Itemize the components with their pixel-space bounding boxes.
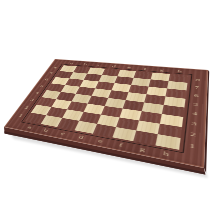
file-label-b-top: b bbox=[83, 63, 88, 66]
file-label-f-top: f bbox=[143, 67, 146, 70]
rank-label-7-left: 7 bbox=[49, 72, 54, 75]
square-h1 bbox=[155, 134, 180, 150]
file-label-b-bottom: b bbox=[43, 128, 49, 133]
rank-label-2-left: 2 bbox=[24, 105, 30, 109]
file-label-g-bottom: g bbox=[140, 146, 146, 152]
file-label-g-top: g bbox=[160, 68, 165, 71]
file-label-e-top: e bbox=[127, 66, 131, 69]
file-label-h-bottom: h bbox=[163, 150, 169, 157]
file-label-e-bottom: e bbox=[97, 138, 103, 144]
rank-label-8-right: 8 bbox=[195, 78, 200, 82]
rank-label-1-right: 1 bbox=[189, 143, 195, 149]
rank-label-3-left: 3 bbox=[29, 98, 35, 102]
file-label-c-bottom: c bbox=[60, 131, 66, 136]
file-label-d-top: d bbox=[112, 65, 117, 68]
file-label-h-top: h bbox=[177, 70, 182, 73]
file-label-f-bottom: f bbox=[118, 142, 123, 148]
rank-label-3-right: 3 bbox=[191, 121, 197, 126]
file-label-a-bottom: a bbox=[27, 125, 33, 130]
rank-label-7-right: 7 bbox=[195, 86, 200, 90]
rank-label-5-left: 5 bbox=[39, 84, 44, 87]
rank-label-6-right: 6 bbox=[194, 94, 199, 98]
square-g1 bbox=[133, 130, 157, 145]
file-label-c-top: c bbox=[97, 64, 101, 67]
rank-label-2-right: 2 bbox=[190, 131, 196, 137]
rank-label-5-right: 5 bbox=[193, 102, 198, 107]
file-label-d-bottom: d bbox=[78, 134, 84, 139]
rank-label-4-right: 4 bbox=[192, 111, 197, 116]
rank-label-6-left: 6 bbox=[44, 78, 49, 81]
rank-label-8-left: 8 bbox=[53, 66, 58, 69]
rank-label-1-left: 1 bbox=[18, 113, 24, 117]
rank-label-4-left: 4 bbox=[35, 91, 40, 95]
file-label-a-top: a bbox=[70, 62, 74, 65]
product-photo: aabbccddeeffgghh1122334455667788 bbox=[0, 0, 220, 220]
